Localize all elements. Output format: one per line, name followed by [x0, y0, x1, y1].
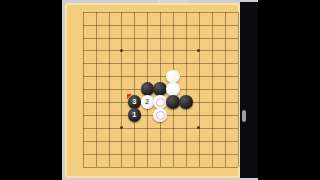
- last-move-triangle-icon: [127, 94, 132, 99]
- stone-black: [179, 95, 192, 108]
- stone-white: [166, 82, 179, 95]
- star-point: [120, 126, 123, 129]
- go-board[interactable]: 321: [65, 3, 240, 178]
- grid-line-vertical: [225, 12, 226, 168]
- stone-white: [166, 70, 179, 83]
- stone-black: [153, 82, 166, 95]
- star-point: [197, 126, 200, 129]
- circle-mark-icon: [156, 111, 165, 120]
- grid-line-horizontal: [83, 154, 239, 155]
- move-number-label: 1: [132, 108, 136, 121]
- star-point: [120, 49, 123, 52]
- grid-line-horizontal: [83, 128, 239, 129]
- stone-white: [153, 108, 166, 121]
- move-number-label: 2: [145, 95, 149, 108]
- side-scroll-handle[interactable]: [242, 110, 246, 122]
- stone-black: [141, 82, 154, 95]
- grid-line-vertical: [199, 12, 200, 168]
- grid-line-horizontal: [83, 167, 239, 168]
- stone-black: 3: [128, 95, 141, 108]
- stone-white: 2: [141, 95, 154, 108]
- stone-black: 1: [128, 108, 141, 121]
- stone-black: [166, 95, 179, 108]
- grid-line-vertical: [186, 12, 187, 168]
- grid-line-horizontal: [83, 141, 239, 142]
- grid-line-vertical: [212, 12, 213, 168]
- star-point: [197, 49, 200, 52]
- right-dark-panel: [240, 2, 258, 178]
- grid-line-vertical: [238, 12, 239, 168]
- move-number-label: 3: [132, 95, 136, 108]
- circle-mark-icon: [156, 98, 165, 107]
- stone-white: [153, 95, 166, 108]
- screenshot-root: 321: [0, 0, 320, 180]
